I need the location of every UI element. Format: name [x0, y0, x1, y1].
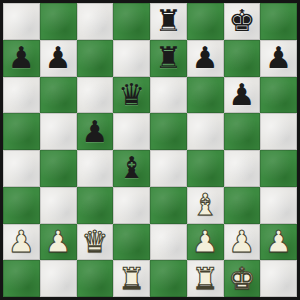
square-e1[interactable] [150, 260, 187, 297]
square-d6[interactable]: ♛ [113, 77, 150, 114]
square-e3[interactable] [150, 187, 187, 224]
piece-black-pawn[interactable]: ♟ [81, 117, 108, 147]
piece-black-pawn[interactable]: ♟ [45, 43, 72, 73]
piece-white-pawn[interactable]: ♟ [8, 227, 35, 257]
square-g8[interactable]: ♚ [224, 3, 261, 40]
square-d2[interactable] [113, 224, 150, 261]
piece-black-queen[interactable]: ♛ [118, 80, 145, 110]
square-a8[interactable] [3, 3, 40, 40]
square-g2[interactable]: ♟ [224, 224, 261, 261]
square-c2[interactable]: ♛ [77, 224, 114, 261]
piece-white-pawn[interactable]: ♟ [45, 227, 72, 257]
square-a5[interactable] [3, 113, 40, 150]
square-e4[interactable] [150, 150, 187, 187]
square-f4[interactable] [187, 150, 224, 187]
square-a4[interactable] [3, 150, 40, 187]
square-b6[interactable] [40, 77, 77, 114]
square-e8[interactable]: ♜ [150, 3, 187, 40]
square-c8[interactable] [77, 3, 114, 40]
square-e6[interactable] [150, 77, 187, 114]
piece-white-rook[interactable]: ♜ [192, 264, 219, 294]
square-d8[interactable] [113, 3, 150, 40]
square-f5[interactable] [187, 113, 224, 150]
square-g1[interactable]: ♚ [224, 260, 261, 297]
square-h7[interactable]: ♟ [260, 40, 297, 77]
piece-black-pawn[interactable]: ♟ [265, 43, 292, 73]
square-e5[interactable] [150, 113, 187, 150]
piece-white-pawn[interactable]: ♟ [192, 227, 219, 257]
square-f7[interactable]: ♟ [187, 40, 224, 77]
square-h1[interactable] [260, 260, 297, 297]
square-g7[interactable] [224, 40, 261, 77]
piece-white-king[interactable]: ♚ [228, 264, 255, 294]
square-a6[interactable] [3, 77, 40, 114]
square-a7[interactable]: ♟ [3, 40, 40, 77]
square-b2[interactable]: ♟ [40, 224, 77, 261]
square-f3[interactable]: ♝ [187, 187, 224, 224]
square-c6[interactable] [77, 77, 114, 114]
square-h3[interactable] [260, 187, 297, 224]
square-e7[interactable]: ♜ [150, 40, 187, 77]
piece-black-pawn[interactable]: ♟ [192, 43, 219, 73]
piece-black-rook[interactable]: ♜ [155, 6, 182, 36]
square-f6[interactable] [187, 77, 224, 114]
piece-white-bishop[interactable]: ♝ [192, 190, 219, 220]
square-f1[interactable]: ♜ [187, 260, 224, 297]
square-a2[interactable]: ♟ [3, 224, 40, 261]
square-c3[interactable] [77, 187, 114, 224]
square-h5[interactable] [260, 113, 297, 150]
square-g6[interactable]: ♟ [224, 77, 261, 114]
square-h4[interactable] [260, 150, 297, 187]
square-c7[interactable] [77, 40, 114, 77]
piece-black-pawn[interactable]: ♟ [228, 80, 255, 110]
square-d7[interactable] [113, 40, 150, 77]
piece-black-bishop[interactable]: ♝ [118, 153, 145, 183]
piece-white-rook[interactable]: ♜ [118, 264, 145, 294]
piece-white-pawn[interactable]: ♟ [228, 227, 255, 257]
piece-black-king[interactable]: ♚ [228, 6, 255, 36]
square-a3[interactable] [3, 187, 40, 224]
square-b7[interactable]: ♟ [40, 40, 77, 77]
square-h8[interactable] [260, 3, 297, 40]
square-f8[interactable] [187, 3, 224, 40]
square-d5[interactable] [113, 113, 150, 150]
chess-board-frame: ♜♚♟♟♜♟♟♛♟♟♝♝♟♟♛♟♟♟♜♜♚ [0, 0, 300, 300]
piece-black-rook[interactable]: ♜ [155, 43, 182, 73]
square-b5[interactable] [40, 113, 77, 150]
square-d1[interactable]: ♜ [113, 260, 150, 297]
square-g5[interactable] [224, 113, 261, 150]
square-c1[interactable] [77, 260, 114, 297]
chess-board: ♜♚♟♟♜♟♟♛♟♟♝♝♟♟♛♟♟♟♜♜♚ [3, 3, 297, 297]
square-b1[interactable] [40, 260, 77, 297]
square-b8[interactable] [40, 3, 77, 40]
piece-white-queen[interactable]: ♛ [81, 227, 108, 257]
square-f2[interactable]: ♟ [187, 224, 224, 261]
square-d3[interactable] [113, 187, 150, 224]
square-g3[interactable] [224, 187, 261, 224]
square-c5[interactable]: ♟ [77, 113, 114, 150]
square-h6[interactable] [260, 77, 297, 114]
square-b4[interactable] [40, 150, 77, 187]
piece-white-pawn[interactable]: ♟ [265, 227, 292, 257]
square-d4[interactable]: ♝ [113, 150, 150, 187]
square-h2[interactable]: ♟ [260, 224, 297, 261]
square-a1[interactable] [3, 260, 40, 297]
piece-black-pawn[interactable]: ♟ [8, 43, 35, 73]
square-b3[interactable] [40, 187, 77, 224]
square-g4[interactable] [224, 150, 261, 187]
square-e2[interactable] [150, 224, 187, 261]
square-c4[interactable] [77, 150, 114, 187]
